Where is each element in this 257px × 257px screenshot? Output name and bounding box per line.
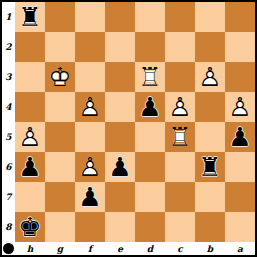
piece-outline: ♙: [75, 152, 105, 182]
white-pawn-a4[interactable]: ♟♙: [225, 92, 255, 122]
square-b1[interactable]: [195, 2, 225, 32]
square-e8[interactable]: [105, 212, 135, 242]
square-g1[interactable]: [45, 2, 75, 32]
rank-label-6: 6: [2, 152, 15, 182]
piece-outline: ♙: [195, 62, 225, 92]
square-g3[interactable]: ♚♔: [45, 62, 75, 92]
piece-fill: ♚: [45, 62, 75, 92]
square-d1[interactable]: [135, 2, 165, 32]
black-pawn-h6[interactable]: ♟: [15, 152, 45, 182]
square-b5[interactable]: [195, 122, 225, 152]
piece-fill: ♜: [135, 62, 165, 92]
rank-label-1: 1: [2, 2, 15, 32]
square-d2[interactable]: [135, 32, 165, 62]
square-g8[interactable]: [45, 212, 75, 242]
file-label-c: c: [165, 242, 195, 255]
rank-labels: 12345678: [2, 2, 15, 242]
piece-glyph: ♟: [225, 122, 255, 152]
square-b2[interactable]: [195, 32, 225, 62]
square-f7[interactable]: ♟: [75, 182, 105, 212]
square-h5[interactable]: ♟♙: [15, 122, 45, 152]
piece-fill: ♟: [75, 92, 105, 122]
square-e1[interactable]: [105, 2, 135, 32]
piece-fill: ♟: [225, 92, 255, 122]
file-label-g: g: [45, 242, 75, 255]
square-f2[interactable]: [75, 32, 105, 62]
square-h7[interactable]: [15, 182, 45, 212]
white-rook-d3[interactable]: ♜♖: [135, 62, 165, 92]
piece-glyph: ♟: [15, 152, 45, 182]
square-e4[interactable]: [105, 92, 135, 122]
rank-label-7: 7: [2, 182, 15, 212]
square-d8[interactable]: [135, 212, 165, 242]
square-c5[interactable]: ♜♖: [165, 122, 195, 152]
square-g6[interactable]: [45, 152, 75, 182]
black-king-h8[interactable]: ♚: [15, 212, 45, 242]
square-c4[interactable]: ♟♙: [165, 92, 195, 122]
file-label-d: d: [135, 242, 165, 255]
file-label-a: a: [225, 242, 255, 255]
square-c3[interactable]: [165, 62, 195, 92]
square-a6[interactable]: [225, 152, 255, 182]
white-rook-c5[interactable]: ♜♖: [165, 122, 195, 152]
square-h6[interactable]: ♟: [15, 152, 45, 182]
piece-outline: ♙: [225, 92, 255, 122]
file-label-h: h: [15, 242, 45, 255]
white-king-g3[interactable]: ♚♔: [45, 62, 75, 92]
square-a7[interactable]: [225, 182, 255, 212]
square-b6[interactable]: ♜: [195, 152, 225, 182]
square-c6[interactable]: [165, 152, 195, 182]
square-e5[interactable]: [105, 122, 135, 152]
square-h2[interactable]: [15, 32, 45, 62]
square-h3[interactable]: [15, 62, 45, 92]
square-c8[interactable]: [165, 212, 195, 242]
black-pawn-a5[interactable]: ♟: [225, 122, 255, 152]
square-c2[interactable]: [165, 32, 195, 62]
black-rook-h1[interactable]: ♜: [15, 2, 45, 32]
square-g2[interactable]: [45, 32, 75, 62]
square-h1[interactable]: ♜: [15, 2, 45, 32]
piece-glyph: ♟: [105, 152, 135, 182]
file-label-e: e: [105, 242, 135, 255]
square-f3[interactable]: [75, 62, 105, 92]
piece-glyph: ♜: [15, 2, 45, 32]
rank-label-2: 2: [2, 32, 15, 62]
black-pawn-f7[interactable]: ♟: [75, 182, 105, 212]
chess-board: ♜♚♔♜♖♟♙♟♙♟♟♙♟♙♟♙♜♖♟♟♟♙♟♜♟♚: [15, 2, 255, 242]
piece-outline: ♙: [165, 92, 195, 122]
black-rook-b6[interactable]: ♜: [195, 152, 225, 182]
white-pawn-f4[interactable]: ♟♙: [75, 92, 105, 122]
white-pawn-b3[interactable]: ♟♙: [195, 62, 225, 92]
piece-fill: ♜: [165, 122, 195, 152]
white-pawn-h5[interactable]: ♟♙: [15, 122, 45, 152]
square-a8[interactable]: [225, 212, 255, 242]
square-g4[interactable]: [45, 92, 75, 122]
piece-outline: ♖: [135, 62, 165, 92]
rank-label-3: 3: [2, 62, 15, 92]
rank-label-5: 5: [2, 122, 15, 152]
piece-fill: ♟: [15, 122, 45, 152]
white-pawn-f6[interactable]: ♟♙: [75, 152, 105, 182]
file-label-f: f: [75, 242, 105, 255]
square-b7[interactable]: [195, 182, 225, 212]
square-e6[interactable]: ♟: [105, 152, 135, 182]
piece-glyph: ♟: [75, 182, 105, 212]
square-b4[interactable]: [195, 92, 225, 122]
square-g5[interactable]: [45, 122, 75, 152]
square-b3[interactable]: ♟♙: [195, 62, 225, 92]
square-f8[interactable]: [75, 212, 105, 242]
square-d3[interactable]: ♜♖: [135, 62, 165, 92]
rank-label-8: 8: [2, 212, 15, 242]
piece-glyph: ♟: [135, 92, 165, 122]
square-e7[interactable]: [105, 182, 135, 212]
square-h8[interactable]: ♚: [15, 212, 45, 242]
file-labels: hgfedcba: [15, 242, 255, 255]
piece-outline: ♙: [15, 122, 45, 152]
square-a4[interactable]: ♟♙: [225, 92, 255, 122]
square-f5[interactable]: [75, 122, 105, 152]
piece-outline: ♖: [165, 122, 195, 152]
black-pawn-e6[interactable]: ♟: [105, 152, 135, 182]
file-label-b: b: [195, 242, 225, 255]
square-h4[interactable]: [15, 92, 45, 122]
rank-label-4: 4: [2, 92, 15, 122]
square-a1[interactable]: [225, 2, 255, 32]
square-f4[interactable]: ♟♙: [75, 92, 105, 122]
corner-cell: [2, 242, 15, 255]
square-a5[interactable]: ♟: [225, 122, 255, 152]
piece-fill: ♟: [165, 92, 195, 122]
piece-glyph: ♜: [195, 152, 225, 182]
square-f1[interactable]: [75, 2, 105, 32]
square-b8[interactable]: [195, 212, 225, 242]
square-e2[interactable]: [105, 32, 135, 62]
piece-glyph: ♚: [15, 212, 45, 242]
square-c7[interactable]: [165, 182, 195, 212]
square-c1[interactable]: [165, 2, 195, 32]
piece-fill: ♟: [195, 62, 225, 92]
black-to-move-indicator: [3, 243, 14, 254]
square-e3[interactable]: [105, 62, 135, 92]
square-d4[interactable]: ♟: [135, 92, 165, 122]
white-pawn-c4[interactable]: ♟♙: [165, 92, 195, 122]
square-f6[interactable]: ♟♙: [75, 152, 105, 182]
black-pawn-d4[interactable]: ♟: [135, 92, 165, 122]
piece-fill: ♟: [75, 152, 105, 182]
piece-outline: ♔: [45, 62, 75, 92]
square-d6[interactable]: [135, 152, 165, 182]
square-d5[interactable]: [135, 122, 165, 152]
square-a2[interactable]: [225, 32, 255, 62]
square-a3[interactable]: [225, 62, 255, 92]
square-g7[interactable]: [45, 182, 75, 212]
square-d7[interactable]: [135, 182, 165, 212]
chess-diagram: ♜♚♔♜♖♟♙♟♙♟♟♙♟♙♟♙♜♖♟♟♟♙♟♜♟♚ 12345678 hgfe…: [0, 0, 257, 257]
piece-outline: ♙: [75, 92, 105, 122]
